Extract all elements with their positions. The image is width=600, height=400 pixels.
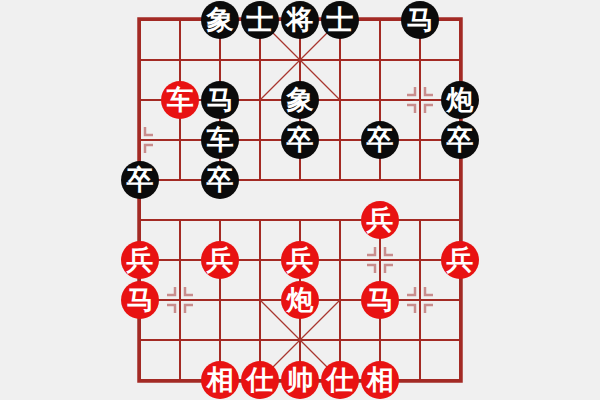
piece-black-soldier[interactable]: 卒 (201, 161, 239, 199)
piece-red-soldier[interactable]: 兵 (121, 241, 159, 279)
piece-black-general[interactable]: 将 (281, 1, 319, 39)
piece-red-cannon[interactable]: 炮 (281, 281, 319, 319)
piece-red-soldier[interactable]: 兵 (201, 241, 239, 279)
piece-red-soldier[interactable]: 兵 (441, 241, 479, 279)
piece-red-elephant[interactable]: 相 (201, 361, 239, 399)
piece-black-cannon[interactable]: 炮 (441, 81, 479, 119)
piece-red-advisor[interactable]: 仕 (241, 361, 279, 399)
piece-red-elephant[interactable]: 相 (361, 361, 399, 399)
piece-black-elephant[interactable]: 象 (281, 81, 319, 119)
piece-red-soldier[interactable]: 兵 (281, 241, 319, 279)
piece-black-soldier[interactable]: 卒 (281, 121, 319, 159)
piece-black-soldier[interactable]: 卒 (361, 121, 399, 159)
piece-black-advisor[interactable]: 士 (321, 1, 359, 39)
piece-black-elephant[interactable]: 象 (201, 1, 239, 39)
piece-black-chariot[interactable]: 车 (201, 121, 239, 159)
piece-black-soldier[interactable]: 卒 (441, 121, 479, 159)
piece-red-chariot[interactable]: 车 (161, 81, 199, 119)
piece-red-advisor[interactable]: 仕 (321, 361, 359, 399)
piece-black-advisor[interactable]: 士 (241, 1, 279, 39)
piece-red-general[interactable]: 帅 (281, 361, 319, 399)
piece-black-horse[interactable]: 马 (201, 81, 239, 119)
piece-black-soldier[interactable]: 卒 (121, 161, 159, 199)
piece-red-horse[interactable]: 马 (121, 281, 159, 319)
xiangqi-board-area: 象士将士马车马象炮车卒卒卒卒卒兵兵兵兵兵马炮马相仕帅仕相 (0, 0, 600, 400)
pieces-layer: 象士将士马车马象炮车卒卒卒卒卒兵兵兵兵兵马炮马相仕帅仕相 (120, 0, 480, 400)
piece-red-soldier[interactable]: 兵 (361, 201, 399, 239)
piece-red-horse[interactable]: 马 (361, 281, 399, 319)
piece-black-horse[interactable]: 马 (401, 1, 439, 39)
